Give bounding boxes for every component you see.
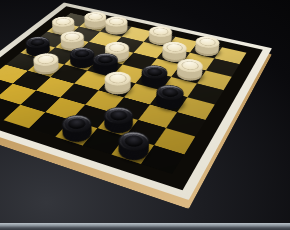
- board-grid: ⛀⛀⛀⛀⛀⛀⛀⛀⛀⛂⛂⛂⛂⛀⛀⛂⛂⛂⛂: [0, 13, 246, 174]
- scene-photo: ⛀⛀⛀⛀⛀⛀⛀⛀⛀⛂⛂⛂⛂⛀⛀⛂⛂⛂⛂: [0, 0, 290, 230]
- board-square[interactable]: [206, 58, 239, 76]
- board-square[interactable]: ⛀: [171, 64, 206, 83]
- checkers-board: ⛀⛀⛀⛀⛀⛀⛀⛀⛀⛂⛂⛂⛂⛀⛀⛂⛂⛂⛂: [0, 2, 272, 200]
- board-black-margin: ⛀⛀⛀⛀⛀⛀⛀⛀⛀⛂⛂⛂⛂⛀⛀⛂⛂⛂⛂: [0, 6, 263, 190]
- board-white-border: ⛀⛀⛀⛀⛀⛀⛀⛀⛀⛂⛂⛂⛂⛀⛀⛂⛂⛂⛂: [0, 2, 272, 200]
- table-front-edge: [0, 223, 290, 230]
